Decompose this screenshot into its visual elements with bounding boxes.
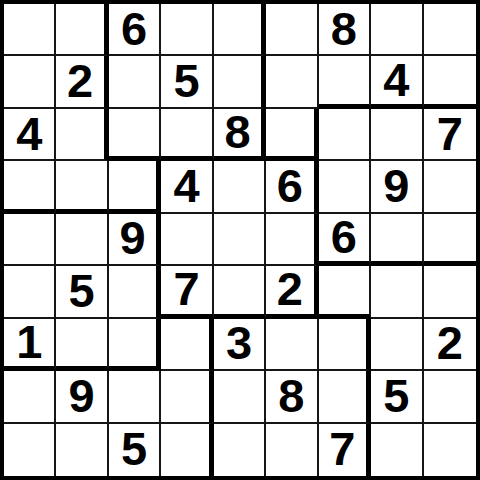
cell-r1c4[interactable] <box>161 4 213 56</box>
cell-r9c2[interactable] <box>56 424 108 476</box>
cell-r6c3[interactable] <box>109 266 161 318</box>
cell-r7c4[interactable] <box>161 319 213 371</box>
cell-r5c8[interactable] <box>371 214 423 266</box>
cell-r8c4[interactable] <box>161 371 213 423</box>
cell-r7c2[interactable] <box>56 319 108 371</box>
cell-r1c3: 6 <box>109 4 161 56</box>
given-digit: 7 <box>329 425 355 472</box>
sudoku-board: 682544874699657213298557 <box>0 0 480 480</box>
cell-r2c8: 4 <box>371 56 423 108</box>
given-digit: 5 <box>383 372 409 419</box>
cell-r5c6[interactable] <box>266 214 318 266</box>
cell-r2c7[interactable] <box>319 56 371 108</box>
cell-r8c1[interactable] <box>4 371 56 423</box>
puzzle-image: 682544874699657213298557 <box>0 0 480 480</box>
cell-r4c3[interactable] <box>109 161 161 213</box>
cell-r7c7[interactable] <box>319 319 371 371</box>
cell-r9c8[interactable] <box>371 424 423 476</box>
cell-r9c6[interactable] <box>266 424 318 476</box>
cell-r5c2[interactable] <box>56 214 108 266</box>
cell-r5c1[interactable] <box>4 214 56 266</box>
given-digit: 8 <box>224 108 250 155</box>
cell-r3c6[interactable] <box>266 109 318 161</box>
cell-r2c4: 5 <box>161 56 213 108</box>
cell-r4c8: 9 <box>371 161 423 213</box>
given-digit: 9 <box>383 162 409 209</box>
cell-r9c7: 7 <box>319 424 371 476</box>
given-digit: 8 <box>278 372 304 419</box>
given-digit: 8 <box>331 5 357 52</box>
cell-r2c2: 2 <box>56 56 108 108</box>
cell-r6c4: 7 <box>161 266 213 318</box>
cell-r4c5[interactable] <box>214 161 266 213</box>
cell-r8c3[interactable] <box>109 371 161 423</box>
cell-r1c2[interactable] <box>56 4 108 56</box>
cell-r1c1[interactable] <box>4 4 56 56</box>
cell-r9c9[interactable] <box>424 424 476 476</box>
cell-r9c1[interactable] <box>4 424 56 476</box>
cell-r8c7[interactable] <box>319 371 371 423</box>
cell-r7c1: 1 <box>4 319 56 371</box>
cell-r6c8[interactable] <box>371 266 423 318</box>
cell-r7c6[interactable] <box>266 319 318 371</box>
given-digit: 7 <box>173 265 199 312</box>
cell-r9c5[interactable] <box>214 424 266 476</box>
cell-r2c5[interactable] <box>214 56 266 108</box>
cell-r1c6[interactable] <box>266 4 318 56</box>
cell-r2c1[interactable] <box>4 56 56 108</box>
cell-r2c9[interactable] <box>424 56 476 108</box>
given-digit: 4 <box>16 110 42 157</box>
cell-r7c9: 2 <box>424 319 476 371</box>
given-digit: 5 <box>121 425 147 472</box>
cell-r6c6: 2 <box>266 266 318 318</box>
cell-r8c9[interactable] <box>424 371 476 423</box>
cell-r1c5[interactable] <box>214 4 266 56</box>
cell-r4c2[interactable] <box>56 161 108 213</box>
given-digit: 2 <box>437 319 463 366</box>
cell-r3c4[interactable] <box>161 109 213 161</box>
cell-r6c5[interactable] <box>214 266 266 318</box>
cell-r9c4[interactable] <box>161 424 213 476</box>
given-digit: 9 <box>120 214 146 261</box>
cell-r4c9[interactable] <box>424 161 476 213</box>
cell-r8c6: 8 <box>266 371 318 423</box>
given-digit: 6 <box>121 5 147 52</box>
cell-r3c1: 4 <box>4 109 56 161</box>
cell-r5c4[interactable] <box>161 214 213 266</box>
cell-r6c1[interactable] <box>4 266 56 318</box>
given-digit: 5 <box>69 267 95 314</box>
cell-r5c3: 9 <box>109 214 161 266</box>
cell-r7c3[interactable] <box>109 319 161 371</box>
cell-r1c7: 8 <box>319 4 371 56</box>
cell-r6c9[interactable] <box>424 266 476 318</box>
cell-r3c9: 7 <box>424 109 476 161</box>
cell-r4c6: 6 <box>266 161 318 213</box>
cell-r4c4: 4 <box>161 161 213 213</box>
cell-r3c8[interactable] <box>371 109 423 161</box>
cell-r5c7: 6 <box>319 214 371 266</box>
given-digit: 4 <box>383 56 409 103</box>
given-digit: 7 <box>437 110 463 157</box>
cell-r4c7[interactable] <box>319 161 371 213</box>
cell-r6c7[interactable] <box>319 266 371 318</box>
cell-r3c5: 8 <box>214 109 266 161</box>
cell-r1c8[interactable] <box>371 4 423 56</box>
cell-r9c3: 5 <box>109 424 161 476</box>
cell-r2c3[interactable] <box>109 56 161 108</box>
cell-r8c2: 9 <box>56 371 108 423</box>
given-digit: 3 <box>226 319 252 366</box>
given-digit: 1 <box>16 318 42 365</box>
given-digit: 5 <box>173 57 199 104</box>
given-digit: 2 <box>67 57 93 104</box>
cell-r2c6[interactable] <box>266 56 318 108</box>
cell-r6c2: 5 <box>56 266 108 318</box>
given-digit: 6 <box>277 162 303 209</box>
cell-r4c1[interactable] <box>4 161 56 213</box>
cell-r3c7[interactable] <box>319 109 371 161</box>
given-digit: 2 <box>277 265 303 312</box>
cell-r7c5: 3 <box>214 319 266 371</box>
cell-r5c5[interactable] <box>214 214 266 266</box>
cell-r3c3[interactable] <box>109 109 161 161</box>
cell-r8c8: 5 <box>371 371 423 423</box>
cell-r5c9[interactable] <box>424 214 476 266</box>
cell-r8c5[interactable] <box>214 371 266 423</box>
given-digit: 9 <box>69 372 95 419</box>
given-digit: 4 <box>173 162 199 209</box>
given-digit: 6 <box>331 213 357 260</box>
cell-r7c8[interactable] <box>371 319 423 371</box>
cell-r1c9[interactable] <box>424 4 476 56</box>
cell-r3c2[interactable] <box>56 109 108 161</box>
